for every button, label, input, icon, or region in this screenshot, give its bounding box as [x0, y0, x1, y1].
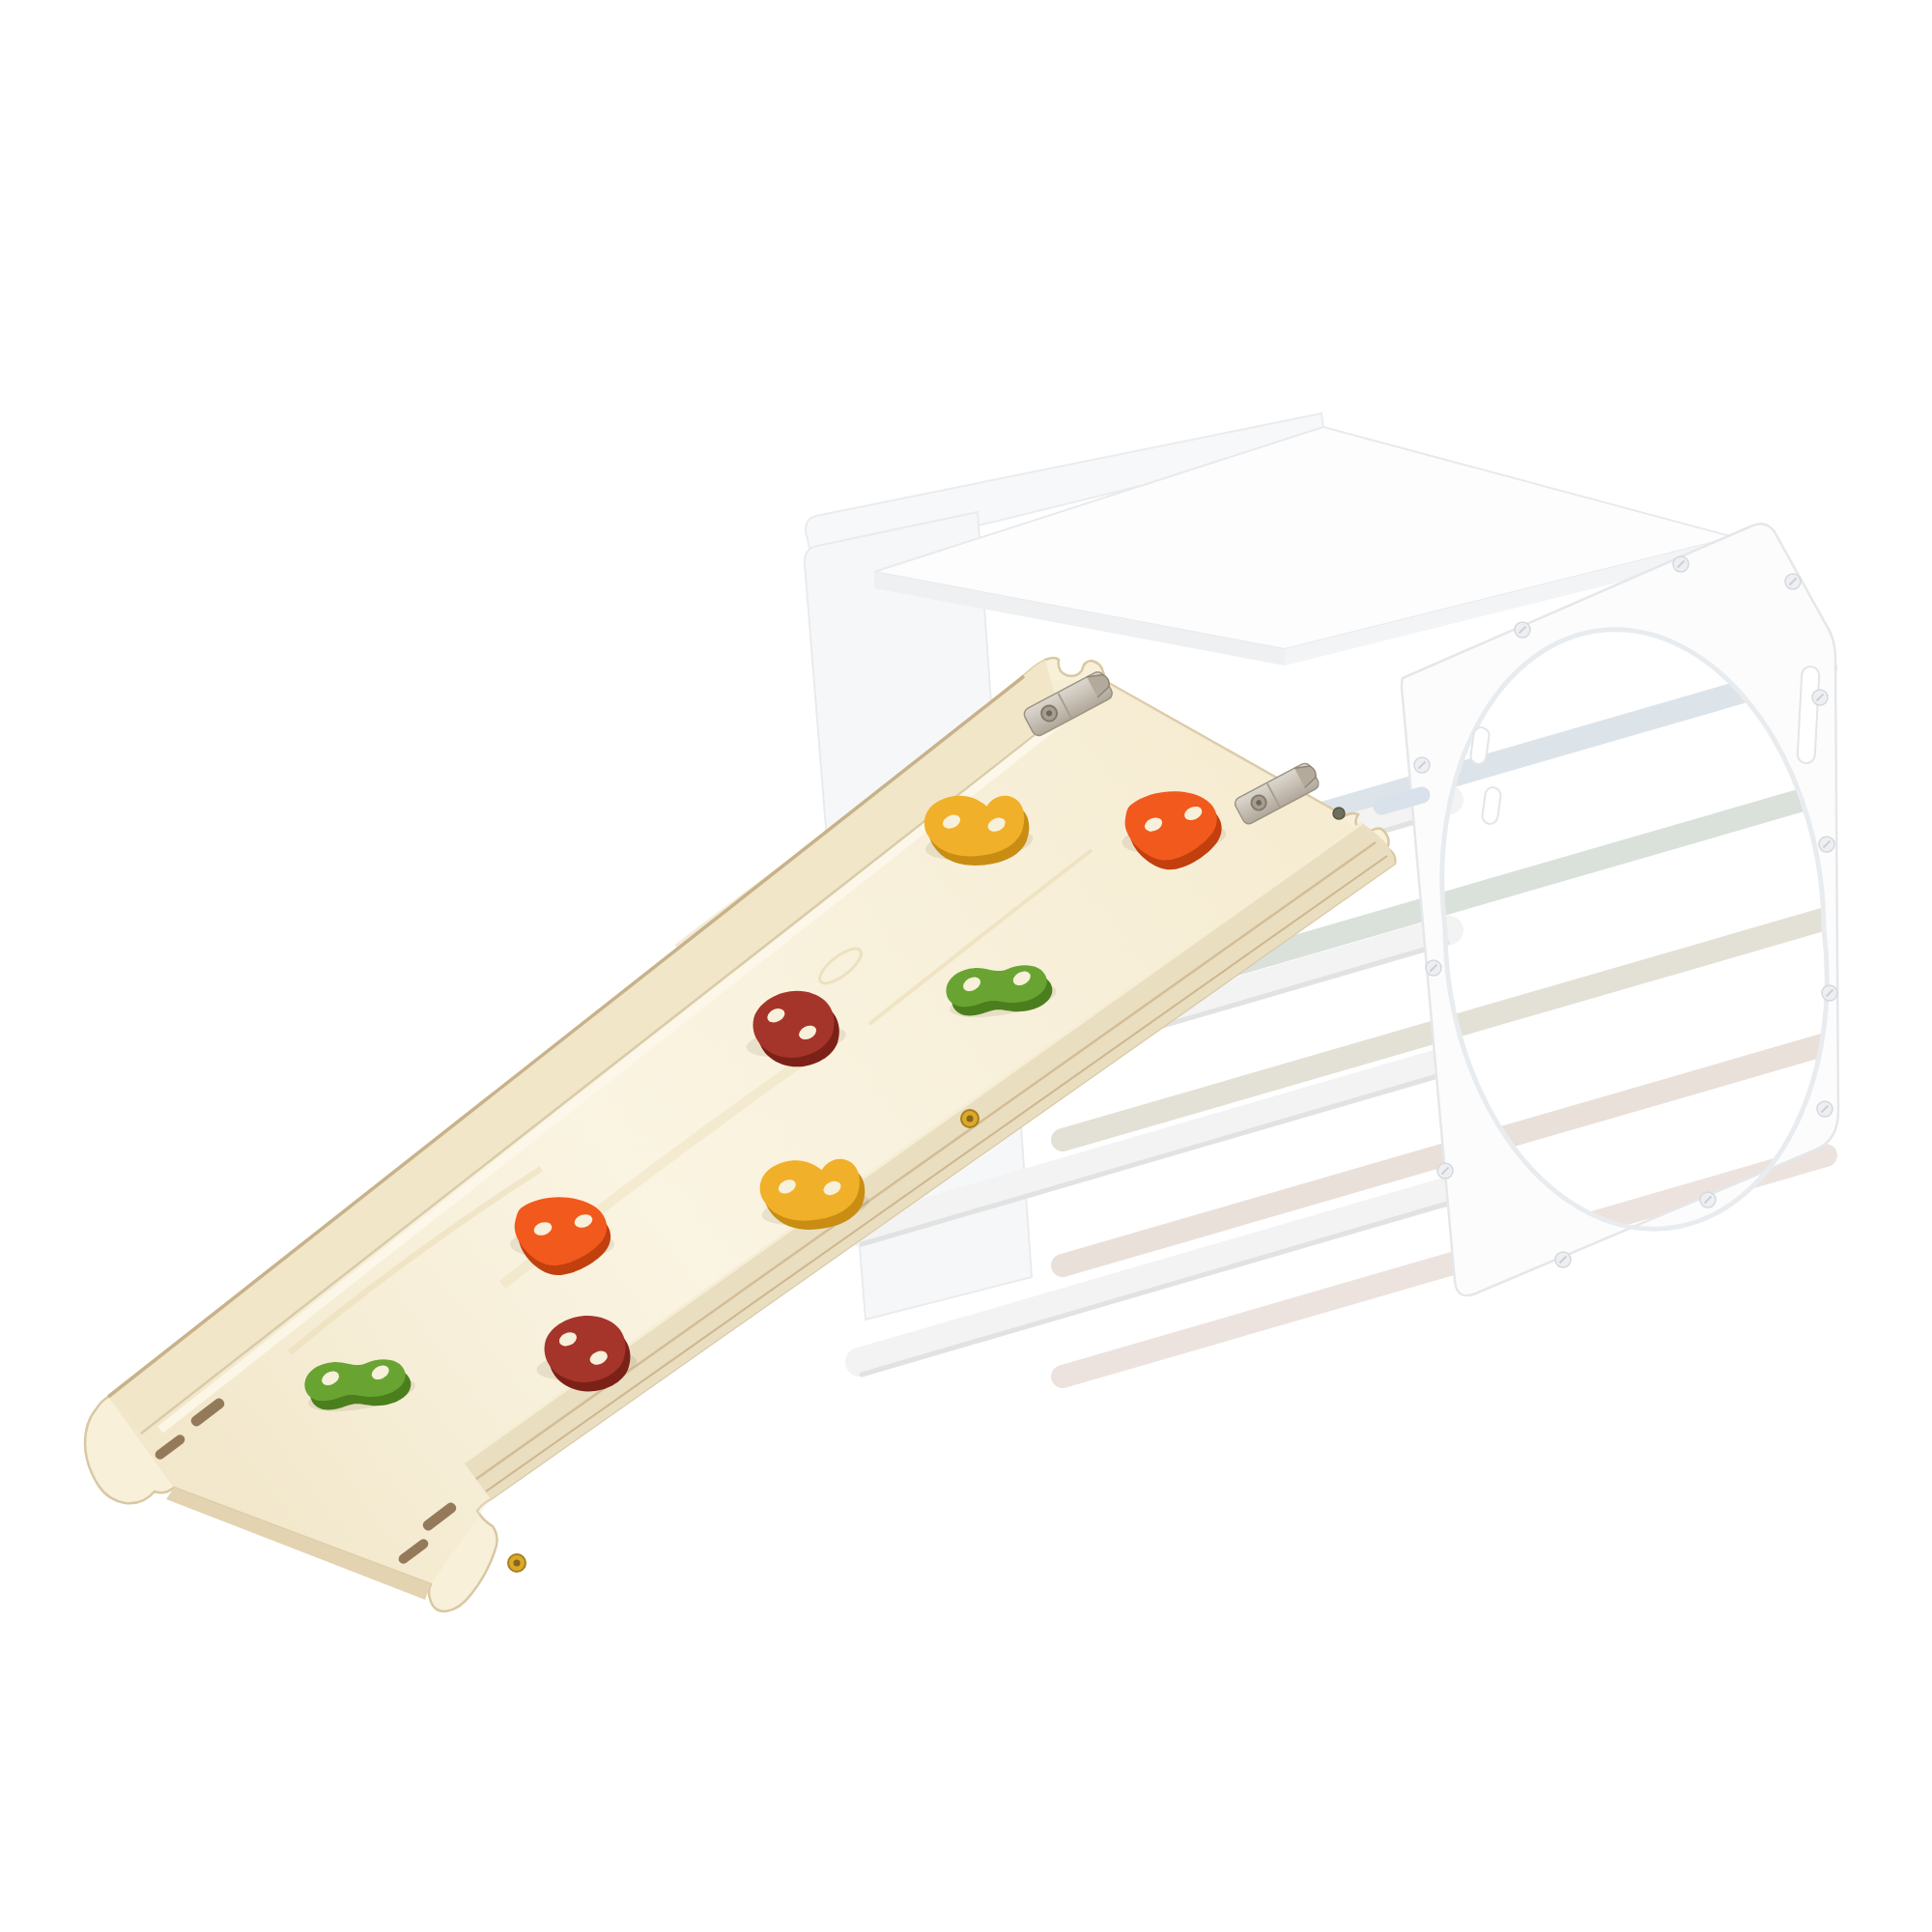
panel-screw — [1812, 690, 1828, 705]
panel-screw — [1414, 757, 1430, 773]
brass-screw — [961, 1110, 979, 1127]
panel-screw — [1673, 556, 1689, 572]
panel-screw — [1819, 837, 1834, 852]
dark-screw — [1333, 808, 1345, 819]
brass-screw — [508, 1554, 526, 1572]
handle-slot — [1797, 667, 1819, 764]
panel-screw — [1426, 960, 1441, 976]
hook-rung — [1381, 795, 1422, 807]
panel-screw — [1515, 622, 1530, 638]
panel-screw — [1822, 985, 1837, 1001]
panel-screw — [1437, 1163, 1453, 1179]
panel-screw — [1817, 1101, 1833, 1117]
panel-slot — [1481, 786, 1501, 825]
product-image — [0, 0, 1932, 1932]
panel-screw — [1785, 574, 1801, 589]
panel-screw — [1700, 1192, 1716, 1207]
panel-screw — [1555, 1252, 1571, 1267]
